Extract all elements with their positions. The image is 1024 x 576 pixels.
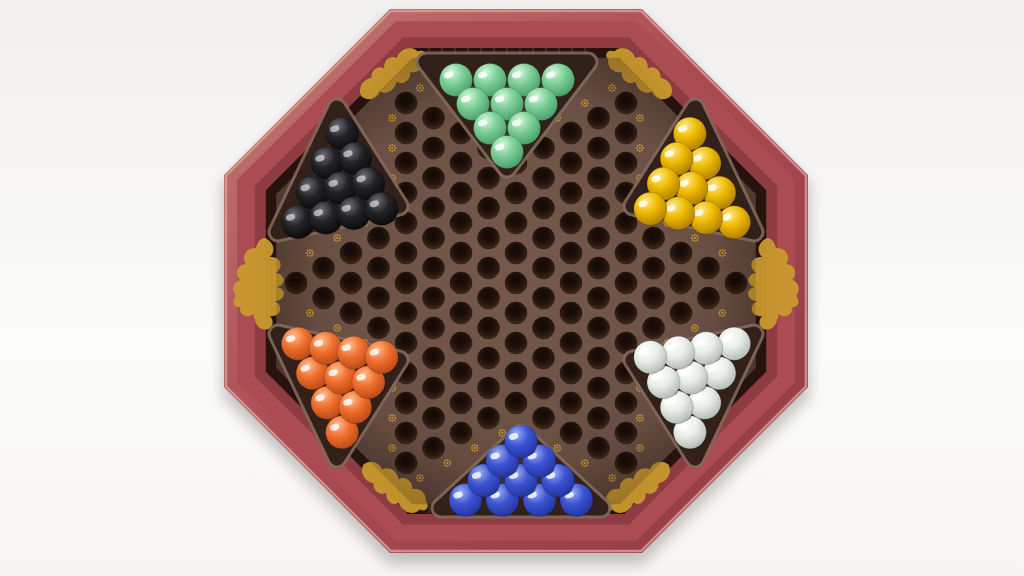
marble-yellow[interactable]	[718, 206, 751, 239]
marble-white[interactable]	[634, 341, 667, 374]
marble-white[interactable]	[690, 332, 723, 365]
chinese-checkers-board-photo	[0, 0, 1024, 576]
marble-black[interactable]	[309, 201, 342, 234]
marble-yellow[interactable]	[662, 197, 695, 230]
marble-orange[interactable]	[309, 332, 342, 365]
marble-orange[interactable]	[365, 341, 398, 374]
marble-black[interactable]	[365, 192, 398, 225]
chinese-checkers-board	[0, 0, 1024, 576]
marble-green[interactable]	[491, 136, 524, 169]
marble-black[interactable]	[281, 206, 314, 239]
marble-blue[interactable]	[505, 425, 538, 458]
marble-white[interactable]	[662, 336, 695, 369]
marble-yellow[interactable]	[634, 192, 667, 225]
marble-black[interactable]	[337, 197, 370, 230]
marble-orange[interactable]	[337, 336, 370, 369]
marble-yellow[interactable]	[690, 201, 723, 234]
marble-orange[interactable]	[281, 327, 314, 360]
marble-white[interactable]	[718, 327, 751, 360]
